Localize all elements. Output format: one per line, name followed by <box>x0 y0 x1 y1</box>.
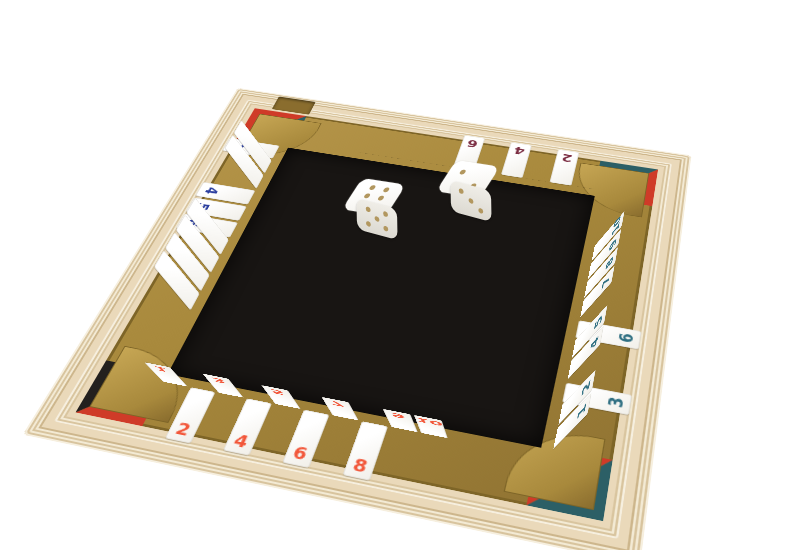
tile-number: 6 <box>616 329 636 347</box>
pip <box>384 225 389 231</box>
pip <box>366 220 371 226</box>
pip <box>459 169 467 174</box>
pip <box>469 198 474 204</box>
tile-number: 4 <box>508 144 532 156</box>
tile-number: 3 <box>605 392 627 412</box>
pip <box>375 216 380 222</box>
game-board: 12345678910 12345678910 246 1456 <box>23 88 692 550</box>
pip <box>377 195 385 200</box>
pip <box>363 193 371 198</box>
tile-number: 2 <box>555 151 579 163</box>
tile-number: 4 <box>200 184 221 198</box>
pip <box>383 211 388 217</box>
die-left[interactable] <box>350 180 402 244</box>
pip <box>478 207 483 213</box>
pip <box>459 188 464 194</box>
pip <box>383 187 391 192</box>
tile-number: 8 <box>344 456 376 477</box>
pip <box>365 206 370 212</box>
die-right[interactable] <box>444 162 496 226</box>
shut-the-box-photo: 12345678910 12345678910 246 1456 <box>0 0 800 550</box>
tile-number: 6 <box>284 443 317 464</box>
pip <box>368 185 376 190</box>
tile-number: 6 <box>461 137 485 149</box>
